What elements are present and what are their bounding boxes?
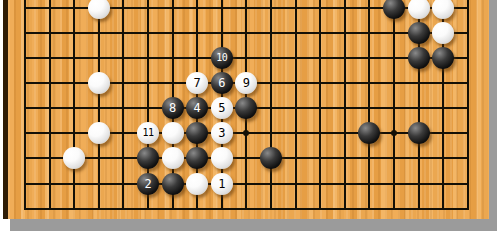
white-stone-H2: [186, 173, 208, 195]
grid-line-horizontal: [24, 183, 469, 185]
grid-line-horizontal: [24, 57, 469, 59]
move-number: 9: [243, 77, 250, 89]
white-stone-K6: 9: [235, 72, 257, 94]
black-stone-H4: [186, 122, 208, 144]
black-stone-F3: [137, 147, 159, 169]
black-stone-R4: [408, 122, 430, 144]
black-stone-H5: 4: [186, 97, 208, 119]
white-stone-D9: [88, 0, 110, 19]
white-stone-D4: [88, 122, 110, 144]
grid-line-horizontal: [24, 32, 469, 34]
move-number: 8: [169, 102, 176, 114]
white-stone-J5: 5: [211, 97, 233, 119]
white-stone-F4: 11: [137, 122, 159, 144]
grid-line-horizontal: [24, 208, 469, 210]
white-stone-J2: 1: [211, 173, 233, 195]
white-stone-G3: [162, 147, 184, 169]
black-stone-G5: 8: [162, 97, 184, 119]
black-stone-J7: 10: [211, 47, 233, 69]
black-stone-K5: [235, 97, 257, 119]
move-number: 11: [142, 128, 153, 138]
black-stone-Q9: [383, 0, 405, 19]
white-stone-H6: 7: [186, 72, 208, 94]
move-number: 3: [218, 127, 225, 139]
go-board[interactable]: 1076984511321: [3, 0, 489, 219]
white-stone-J3: [211, 147, 233, 169]
star-point: [243, 130, 249, 136]
black-stone-P4: [358, 122, 380, 144]
move-number: 6: [218, 77, 225, 89]
black-stone-S7: [432, 47, 454, 69]
white-stone-S9: [432, 0, 454, 19]
black-stone-F2: 2: [137, 173, 159, 195]
black-stone-R7: [408, 47, 430, 69]
move-number: 5: [218, 102, 225, 114]
move-number: 7: [194, 77, 201, 89]
black-stone-L3: [260, 147, 282, 169]
move-number: 2: [144, 178, 151, 190]
move-number: 1: [218, 178, 225, 190]
move-number: 10: [216, 53, 227, 63]
black-stone-H3: [186, 147, 208, 169]
star-point: [391, 130, 397, 136]
white-stone-C3: [63, 147, 85, 169]
page-background: 1076984511321: [0, 0, 500, 235]
white-stone-D6: [88, 72, 110, 94]
white-stone-J4: 3: [211, 122, 233, 144]
white-stone-S8: [432, 22, 454, 44]
move-number: 4: [194, 102, 201, 114]
black-stone-G2: [162, 173, 184, 195]
grid-line-horizontal: [24, 157, 469, 159]
black-stone-R8: [408, 22, 430, 44]
white-stone-G4: [162, 122, 184, 144]
white-stone-R9: [408, 0, 430, 19]
black-stone-J6: 6: [211, 72, 233, 94]
